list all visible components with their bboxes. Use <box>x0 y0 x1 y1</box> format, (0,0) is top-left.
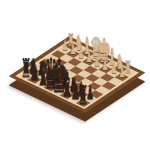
chess-set-photo: ♜♞♝♛♚♝♞♜♟♟♟♟♟♟♟♟♟♟♟♟♟♟♟♟♜♞♝♛♚♝♞♜ <box>0 0 150 150</box>
chess-board <box>9 36 146 113</box>
